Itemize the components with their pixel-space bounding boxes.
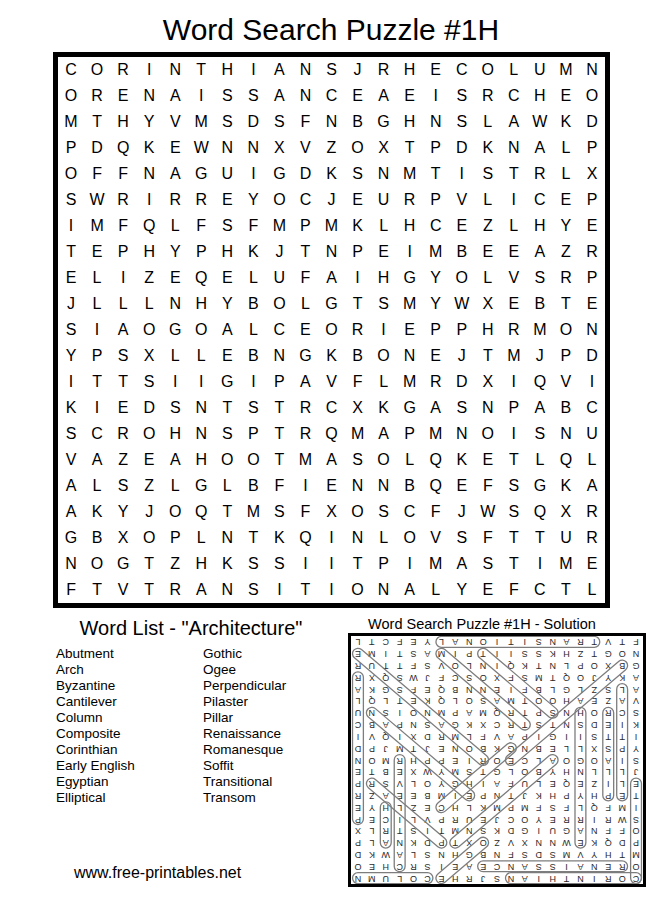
grid-cell: D [579, 343, 605, 369]
grid-cell: I [162, 369, 188, 395]
word-oval [353, 873, 433, 884]
solution-rotated-board: CORINTHIANSJRHECOLUMNORENAISSANCEAEISRCH… [351, 636, 643, 884]
word-list-item: Cantilever [56, 694, 135, 710]
grid-cell: L [527, 447, 553, 473]
grid-cell: R [292, 395, 318, 421]
grid-cell: S [240, 577, 266, 603]
grid-cell: S [240, 395, 266, 421]
grid-cell: N [240, 135, 266, 161]
grid-cell: Q [527, 369, 553, 395]
grid-cell: I [579, 369, 605, 395]
grid-cell: T [214, 395, 240, 421]
grid-cell: Q [423, 473, 449, 499]
grid-cell: E [58, 265, 84, 291]
grid-cell: A [266, 83, 292, 109]
grid-cell: Q [553, 447, 579, 473]
grid-cell: O [84, 551, 110, 577]
word-oval [380, 802, 391, 848]
word-oval [448, 752, 561, 850]
grid-cell: N [162, 57, 188, 83]
grid-cell: C [527, 577, 553, 603]
grid-cell: W [475, 499, 501, 525]
grid-cell: E [553, 187, 579, 213]
grid-cell: T [84, 369, 110, 395]
grid-cell: T [292, 239, 318, 265]
grid-cell: S [449, 395, 475, 421]
grid-cell: W [188, 135, 214, 161]
grid-cell: Q [188, 499, 214, 525]
word-list-item: Perpendicular [203, 678, 286, 694]
grid-cell: C [501, 83, 527, 109]
grid-cell: N [188, 395, 214, 421]
word-oval [575, 707, 586, 848]
grid-cell: G [527, 473, 553, 499]
grid-cell: N [318, 109, 344, 135]
grid-cell: O [345, 135, 371, 161]
grid-cell: P [110, 239, 136, 265]
grid-cell: D [84, 135, 110, 161]
grid-cell: O [266, 291, 292, 317]
grid-cell: I [58, 213, 84, 239]
grid-cell: L [292, 291, 318, 317]
grid-cell: N [266, 343, 292, 369]
grid-cell: X [475, 291, 501, 317]
grid-cell: P [240, 421, 266, 447]
word-list-item: Pilaster [203, 694, 286, 710]
grid-cell: A [188, 577, 214, 603]
grid-cell: P [423, 317, 449, 343]
grid-cell: F [266, 473, 292, 499]
grid-cell: T [527, 525, 553, 551]
word-list-item: Arch [56, 662, 135, 678]
grid-cell: N [501, 135, 527, 161]
grid-cell: E [162, 265, 188, 291]
grid-cell: O [345, 577, 371, 603]
grid-cell: Y [110, 499, 136, 525]
grid-cell: G [214, 369, 240, 395]
grid-cell: L [240, 317, 266, 343]
word-list-item: Byzantine [56, 678, 135, 694]
grid-cell: C [397, 499, 423, 525]
grid-cell: V [292, 135, 318, 161]
grid-cell: I [292, 473, 318, 499]
grid-cell: X [345, 395, 371, 421]
grid-cell: B [345, 109, 371, 135]
word-list-item: Transom [203, 790, 286, 806]
grid-cell: I [397, 551, 423, 577]
grid-cell: E [579, 291, 605, 317]
grid-cell: O [345, 499, 371, 525]
grid-cell: X [553, 499, 579, 525]
grid-cell: T [345, 551, 371, 577]
grid-cell: T [136, 551, 162, 577]
grid-cell: O [84, 57, 110, 83]
grid-cell: P [162, 525, 188, 551]
grid-cell: Q [527, 499, 553, 525]
word-list-item: Transitional [203, 774, 286, 790]
grid-cell: I [318, 577, 344, 603]
grid-cell: P [266, 369, 292, 395]
grid-cell: T [397, 135, 423, 161]
grid-cell: I [292, 551, 318, 577]
grid-cell: Q [318, 421, 344, 447]
grid-cell: K [475, 135, 501, 161]
grid-cell: N [214, 525, 240, 551]
grid-cell: E [579, 213, 605, 239]
grid-cell: P [449, 317, 475, 343]
grid-cell: N [449, 421, 475, 447]
grid-cell: T [501, 161, 527, 187]
grid-cell: E [553, 83, 579, 109]
grid-cell: E [501, 239, 527, 265]
grid-cell: K [84, 499, 110, 525]
grid-cell: P [579, 187, 605, 213]
grid-cell: R [579, 239, 605, 265]
grid-cell: P [345, 239, 371, 265]
grid-cell: E [84, 239, 110, 265]
grid-cell: H [214, 57, 240, 83]
grid-cell: S [501, 499, 527, 525]
grid-cell: I [501, 369, 527, 395]
grid-cell: V [553, 369, 579, 395]
grid-cell: L [501, 57, 527, 83]
grid-cell: E [423, 343, 449, 369]
grid-cell: O [553, 317, 579, 343]
grid-cell: A [162, 83, 188, 109]
grid-cell: L [501, 213, 527, 239]
grid-cell: P [58, 135, 84, 161]
word-list-item: Egyptian [56, 774, 135, 790]
grid-cell: G [292, 343, 318, 369]
grid-cell: T [188, 57, 214, 83]
grid-cell: E [318, 473, 344, 499]
grid-cell: R [475, 83, 501, 109]
grid-cell: H [397, 109, 423, 135]
grid-cell: A [423, 395, 449, 421]
word-oval [353, 672, 364, 825]
grid-cell: S [240, 83, 266, 109]
grid-cell: R [188, 187, 214, 213]
grid-cell: N [162, 291, 188, 317]
solution-title: Word Search Puzzle #1H - Solution [332, 616, 632, 632]
grid-cell: F [292, 109, 318, 135]
word-list-item: Composite [56, 726, 135, 742]
grid-cell: M [292, 447, 318, 473]
grid-cell: N [371, 473, 397, 499]
grid-cell: L [84, 473, 110, 499]
grid-cell: R [110, 57, 136, 83]
grid-cell: E [475, 447, 501, 473]
grid-cell: K [371, 395, 397, 421]
grid-cell: I [58, 369, 84, 395]
grid-cell: C [449, 57, 475, 83]
grid-cell: O [579, 83, 605, 109]
grid-cell: I [84, 317, 110, 343]
grid-cell: C [84, 421, 110, 447]
grid-cell: X [136, 343, 162, 369]
grid-cell: X [371, 135, 397, 161]
grid-cell: I [136, 57, 162, 83]
grid-cell: C [527, 187, 553, 213]
word-list-item: Column [56, 710, 135, 726]
grid-cell: A [527, 395, 553, 421]
grid-cell: S [449, 83, 475, 109]
grid-cell: C [423, 213, 449, 239]
grid-cell: G [188, 161, 214, 187]
grid-cell: Z [162, 551, 188, 577]
grid-cell: K [553, 473, 579, 499]
grid-cell: L [110, 291, 136, 317]
grid-cell: J [266, 239, 292, 265]
grid-cell: S [110, 343, 136, 369]
grid-cell: G [371, 109, 397, 135]
grid-cell: C [266, 317, 292, 343]
grid-cell: P [423, 187, 449, 213]
grid-cell: F [345, 369, 371, 395]
grid-cell: A [162, 161, 188, 187]
grid-cell: A [58, 473, 84, 499]
grid-cell: E [475, 239, 501, 265]
grid-cell: C [58, 57, 84, 83]
grid-cell: E [214, 343, 240, 369]
word-oval [434, 646, 533, 732]
grid-cell: P [553, 343, 579, 369]
grid-cell: V [58, 447, 84, 473]
grid-cell: T [475, 343, 501, 369]
grid-cell: N [423, 109, 449, 135]
grid-cell: E [371, 239, 397, 265]
word-oval [603, 707, 614, 801]
grid-cell: X [579, 161, 605, 187]
grid-cell: M [553, 57, 579, 83]
grid-cell: Q [292, 525, 318, 551]
grid-cell: V [501, 265, 527, 291]
grid-cell: Y [136, 109, 162, 135]
grid-cell: T [84, 577, 110, 603]
grid-cell: M [58, 109, 84, 135]
grid-cell: L [371, 525, 397, 551]
grid-cell: P [579, 135, 605, 161]
grid-cell: Y [423, 265, 449, 291]
grid-cell: U [579, 421, 605, 447]
grid-cell: F [110, 161, 136, 187]
grid-cell: R [579, 499, 605, 525]
grid-cell: N [579, 57, 605, 83]
grid-cell: P [579, 265, 605, 291]
grid-cell: A [214, 317, 240, 343]
grid-cell: I [501, 421, 527, 447]
grid-cell: S [475, 551, 501, 577]
grid-cell: O [58, 161, 84, 187]
grid-cell: Z [110, 447, 136, 473]
grid-cell: L [475, 109, 501, 135]
grid-cell: I [449, 161, 475, 187]
grid-cell: A [449, 551, 475, 577]
grid-cell: R [110, 187, 136, 213]
grid-cell: B [84, 525, 110, 551]
grid-cell: S [527, 421, 553, 447]
printable-sheet: Word Search Puzzle #1H CORINTHIANSJRHECO… [0, 0, 662, 900]
grid-cell: B [553, 395, 579, 421]
grid-cell: O [214, 447, 240, 473]
grid-cell: T [266, 395, 292, 421]
word-list-item: Corinthian [56, 742, 135, 758]
grid-cell: U [266, 265, 292, 291]
grid-cell: S [501, 473, 527, 499]
grid-cell: N [292, 57, 318, 83]
grid-cell: A [58, 499, 84, 525]
grid-cell: N [214, 577, 240, 603]
grid-cell: M [501, 343, 527, 369]
grid-cell: Q [110, 135, 136, 161]
grid-cell: Y [58, 343, 84, 369]
grid-cell: O [371, 343, 397, 369]
grid-cell: N [553, 421, 579, 447]
grid-cell: L [162, 343, 188, 369]
grid-cell: K [136, 135, 162, 161]
grid-cell: L [475, 187, 501, 213]
grid-cell: E [449, 473, 475, 499]
grid-cell: M [423, 551, 449, 577]
grid-cell: B [240, 291, 266, 317]
grid-cell: E [292, 317, 318, 343]
grid-cell: O [371, 447, 397, 473]
grid-cell: B [240, 473, 266, 499]
word-oval [436, 636, 600, 647]
grid-cell: G [318, 291, 344, 317]
grid-cell: D [136, 395, 162, 421]
grid-cell: I [266, 577, 292, 603]
grid-cell: T [266, 447, 292, 473]
grid-cell: C [318, 83, 344, 109]
word-list-title: Word List - "Architecture" [36, 617, 346, 640]
grid-cell: A [292, 369, 318, 395]
grid-cell: S [110, 473, 136, 499]
grid-cell: I [240, 57, 266, 83]
grid-cell: J [449, 499, 475, 525]
grid-cell: V [110, 577, 136, 603]
grid-cell: G [188, 473, 214, 499]
grid-cell: M [553, 551, 579, 577]
grid-cell: S [214, 421, 240, 447]
grid-cell: I [136, 187, 162, 213]
grid-cell: R [162, 187, 188, 213]
grid-cell: N [292, 83, 318, 109]
grid-cell: J [449, 343, 475, 369]
grid-cell: O [136, 317, 162, 343]
grid-cell: L [188, 343, 214, 369]
grid-cell: G [58, 525, 84, 551]
grid-cell: U [553, 525, 579, 551]
grid-cell: L [240, 265, 266, 291]
grid-cell: A [318, 447, 344, 473]
grid-cell: S [527, 265, 553, 291]
grid-cell: T [84, 109, 110, 135]
grid-cell: P [292, 213, 318, 239]
grid-cell: P [397, 421, 423, 447]
grid-cell: I [110, 265, 136, 291]
grid-cell: O [136, 525, 162, 551]
grid-cell: I [397, 239, 423, 265]
grid-cell: F [475, 473, 501, 499]
grid-cell: A [162, 447, 188, 473]
grid-cell: C [579, 395, 605, 421]
grid-cell: S [371, 291, 397, 317]
grid-cell: D [240, 109, 266, 135]
grid-cell: K [58, 395, 84, 421]
grid-cell: M [423, 239, 449, 265]
grid-cell: R [527, 161, 553, 187]
grid-cell: G [266, 161, 292, 187]
grid-cell: Y [423, 291, 449, 317]
grid-cell: A [371, 421, 397, 447]
word-list-item: Early English [56, 758, 135, 774]
word-oval [394, 755, 405, 872]
grid-cell: S [266, 499, 292, 525]
grid-cell: L [579, 577, 605, 603]
grid-cell: L [214, 473, 240, 499]
grid-cell: H [397, 213, 423, 239]
grid-cell: S [58, 421, 84, 447]
grid-cell: H [110, 109, 136, 135]
grid-cell: C [292, 187, 318, 213]
grid-cell: T [501, 551, 527, 577]
grid-cell: N [188, 421, 214, 447]
grid-cell: L [162, 473, 188, 499]
grid-cell: R [501, 317, 527, 343]
grid-cell: E [345, 83, 371, 109]
grid-cell: Z [136, 473, 162, 499]
word-list-item: Soffit [203, 758, 286, 774]
grid-cell: L [475, 265, 501, 291]
grid-cell: X [475, 369, 501, 395]
grid-cell: F [475, 525, 501, 551]
word-oval [434, 835, 491, 884]
grid-cell: V [318, 369, 344, 395]
grid-cell: L [162, 213, 188, 239]
grid-cell: H [214, 239, 240, 265]
grid-cell: L [423, 577, 449, 603]
grid-cell: G [397, 395, 423, 421]
grid-cell: J [527, 343, 553, 369]
grid-cell: Z [553, 239, 579, 265]
grid-cell: E [136, 447, 162, 473]
grid-cell: L [371, 369, 397, 395]
grid-cell: A [397, 577, 423, 603]
grid-cell: T [110, 369, 136, 395]
word-list-item: Romanesque [203, 742, 286, 758]
grid-cell: H [136, 239, 162, 265]
grid-cell: F [58, 577, 84, 603]
grid-cell: B [397, 473, 423, 499]
grid-cell: L [188, 525, 214, 551]
grid-cell: T [423, 161, 449, 187]
grid-cell: M [318, 213, 344, 239]
grid-cell: S [214, 109, 240, 135]
grid-cell: N [371, 577, 397, 603]
grid-cell: N [136, 83, 162, 109]
grid-cell: N [345, 473, 371, 499]
grid-cell: T [292, 577, 318, 603]
grid-cell: O [397, 525, 423, 551]
grid-cell: I [371, 317, 397, 343]
grid-cell: Q [188, 265, 214, 291]
grid-cell: L [579, 447, 605, 473]
grid-cell: E [345, 187, 371, 213]
grid-cell: I [501, 187, 527, 213]
grid-cell: E [449, 213, 475, 239]
grid-cell: X [318, 499, 344, 525]
